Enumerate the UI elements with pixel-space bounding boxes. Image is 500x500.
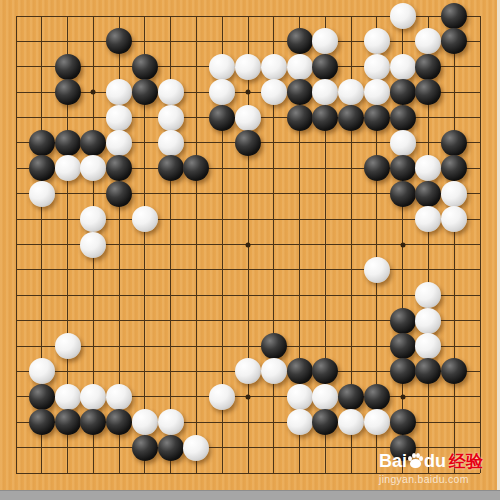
white-stone (312, 384, 338, 410)
white-stone (364, 79, 390, 105)
black-stone (338, 105, 364, 131)
white-stone (312, 28, 338, 54)
black-stone (209, 105, 235, 131)
grid-line-vertical (454, 16, 455, 473)
black-stone (390, 155, 416, 181)
white-stone (287, 54, 313, 80)
star-point (400, 394, 405, 399)
white-stone (29, 181, 55, 207)
white-stone (55, 155, 81, 181)
grid-line-horizontal (16, 269, 480, 270)
black-stone (158, 435, 184, 461)
star-point (246, 242, 251, 247)
black-stone (29, 155, 55, 181)
grid-line-horizontal (16, 295, 480, 296)
white-stone (364, 409, 390, 435)
white-stone (261, 54, 287, 80)
black-stone (441, 155, 467, 181)
white-stone (441, 181, 467, 207)
black-stone (364, 105, 390, 131)
black-stone (441, 3, 467, 29)
black-stone (415, 181, 441, 207)
white-stone (390, 130, 416, 156)
black-stone (132, 79, 158, 105)
black-stone (80, 409, 106, 435)
go-board-screenshot: Bai du 经验 jingyan.baidu.com (0, 0, 500, 500)
star-point (246, 90, 251, 95)
white-stone (364, 257, 390, 283)
black-stone (55, 130, 81, 156)
black-stone (106, 181, 132, 207)
white-stone (209, 79, 235, 105)
white-stone (106, 130, 132, 156)
black-stone (390, 333, 416, 359)
black-stone (106, 28, 132, 54)
white-stone (106, 79, 132, 105)
white-stone (80, 155, 106, 181)
star-point (400, 242, 405, 247)
baidu-paw-icon (408, 453, 423, 469)
black-stone (29, 130, 55, 156)
white-stone (364, 54, 390, 80)
black-stone (364, 384, 390, 410)
black-stone (29, 384, 55, 410)
white-stone (390, 54, 416, 80)
white-stone (415, 206, 441, 232)
black-stone (29, 409, 55, 435)
black-stone (390, 409, 416, 435)
white-stone (390, 3, 416, 29)
black-stone (287, 28, 313, 54)
black-stone (312, 105, 338, 131)
black-stone (80, 130, 106, 156)
white-stone (312, 79, 338, 105)
white-stone (183, 435, 209, 461)
black-stone (132, 435, 158, 461)
black-stone (390, 105, 416, 131)
black-stone (415, 358, 441, 384)
white-stone (106, 105, 132, 131)
black-stone (441, 130, 467, 156)
black-stone (390, 79, 416, 105)
black-stone (441, 358, 467, 384)
black-stone (287, 79, 313, 105)
black-stone (415, 79, 441, 105)
black-stone (235, 130, 261, 156)
black-stone (106, 409, 132, 435)
white-stone (106, 384, 132, 410)
white-stone (80, 384, 106, 410)
white-stone (441, 206, 467, 232)
grid-line-vertical (480, 16, 481, 473)
black-stone (415, 54, 441, 80)
white-stone (287, 409, 313, 435)
white-stone (235, 358, 261, 384)
white-stone (80, 232, 106, 258)
white-stone (158, 409, 184, 435)
white-stone (338, 79, 364, 105)
white-stone (158, 130, 184, 156)
go-board[interactable] (0, 0, 500, 500)
black-stone (55, 409, 81, 435)
baidu-jingyan-text: 经验 (449, 450, 483, 473)
white-stone (132, 409, 158, 435)
black-stone (183, 155, 209, 181)
black-stone (312, 409, 338, 435)
black-stone (55, 79, 81, 105)
white-stone (338, 409, 364, 435)
white-stone (29, 358, 55, 384)
white-stone (287, 384, 313, 410)
white-stone (80, 206, 106, 232)
white-stone (261, 358, 287, 384)
watermark: Bai du 经验 jingyan.baidu.com (379, 450, 497, 485)
black-stone (261, 333, 287, 359)
white-stone (209, 384, 235, 410)
black-stone (106, 155, 132, 181)
black-stone (441, 28, 467, 54)
black-stone (158, 155, 184, 181)
black-stone (338, 384, 364, 410)
black-stone (287, 358, 313, 384)
black-stone (390, 358, 416, 384)
white-stone (55, 384, 81, 410)
black-stone (132, 54, 158, 80)
star-point (246, 394, 251, 399)
white-stone (209, 54, 235, 80)
white-stone (415, 282, 441, 308)
bottom-gray-strip (0, 490, 500, 500)
white-stone (415, 28, 441, 54)
black-stone (390, 308, 416, 334)
white-stone (235, 54, 261, 80)
black-stone (55, 54, 81, 80)
black-stone (364, 155, 390, 181)
black-stone (287, 105, 313, 131)
white-stone (158, 79, 184, 105)
white-stone (158, 105, 184, 131)
black-stone (312, 358, 338, 384)
white-stone (364, 28, 390, 54)
white-stone (415, 333, 441, 359)
watermark-url: jingyan.baidu.com (379, 473, 497, 485)
black-stone (312, 54, 338, 80)
white-stone (415, 155, 441, 181)
baidu-logo-text-bai: Bai (379, 451, 407, 472)
white-stone (132, 206, 158, 232)
white-stone (415, 308, 441, 334)
white-stone (261, 79, 287, 105)
star-point (91, 90, 96, 95)
white-stone (55, 333, 81, 359)
black-stone (390, 181, 416, 207)
white-stone (235, 105, 261, 131)
baidu-logo-text-du: du (424, 451, 446, 472)
watermark-logo-row: Bai du 经验 (379, 450, 497, 472)
